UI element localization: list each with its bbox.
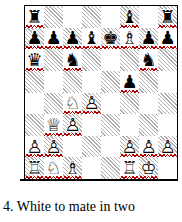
square-b5 <box>44 71 63 93</box>
square-c6: ♞ <box>63 49 82 71</box>
square-h7: ♟ <box>158 28 177 50</box>
square-g5 <box>139 71 158 93</box>
square-e4 <box>101 93 120 115</box>
square-f5: ♟ <box>120 71 139 93</box>
square-a4 <box>25 93 44 115</box>
square-f1: ♜♖ <box>120 157 139 179</box>
square-h4 <box>158 93 177 115</box>
board-bottom-border <box>20 179 178 181</box>
square-d8 <box>82 6 101 28</box>
square-g7: ♟ <box>139 28 158 50</box>
square-h6 <box>158 49 177 71</box>
square-d1 <box>82 157 101 179</box>
square-e6 <box>101 49 120 71</box>
square-e7: ♚ <box>101 28 120 50</box>
square-e8 <box>101 6 120 28</box>
square-e1 <box>101 157 120 179</box>
square-b2: ♟♙ <box>44 136 63 158</box>
square-a3 <box>25 114 44 136</box>
square-e2 <box>101 136 120 158</box>
puzzle-caption: 4. White to mate in two <box>3 199 135 215</box>
square-a8: ♜ <box>25 6 44 28</box>
square-g4 <box>139 93 158 115</box>
square-c4: ♞♘ <box>63 93 82 115</box>
square-f2: ♟♙ <box>120 136 139 158</box>
square-b3: ♛♕ <box>44 114 63 136</box>
square-f3 <box>120 114 139 136</box>
square-g1: ♚♔ <box>139 157 158 179</box>
square-c2 <box>63 136 82 158</box>
square-d6 <box>82 49 101 71</box>
square-d5 <box>82 71 101 93</box>
square-c8 <box>63 6 82 28</box>
square-d2 <box>82 136 101 158</box>
square-d4: ♟♙ <box>82 93 101 115</box>
square-f7: ♝♗ <box>120 28 139 50</box>
square-g3 <box>139 114 158 136</box>
square-b1: ♞♘ <box>44 157 63 179</box>
square-f6 <box>120 49 139 71</box>
square-d3 <box>82 114 101 136</box>
square-c1: ♝♗ <box>63 157 82 179</box>
square-h1 <box>158 157 177 179</box>
square-d7: ♝ <box>82 28 101 50</box>
square-c5 <box>63 71 82 93</box>
square-h5 <box>158 71 177 93</box>
square-c3: ♟♙ <box>63 114 82 136</box>
square-b8 <box>44 6 63 28</box>
square-g8 <box>139 6 158 28</box>
square-e5 <box>101 71 120 93</box>
square-c7: ♟ <box>63 28 82 50</box>
square-a7: ♟ <box>25 28 44 50</box>
square-h3 <box>158 114 177 136</box>
square-a1: ♜♖ <box>25 157 44 179</box>
square-a2: ♟♙ <box>25 136 44 158</box>
square-e3 <box>101 114 120 136</box>
square-h2: ♟♙ <box>158 136 177 158</box>
chess-board-frame: ♜♝♜♟♟♟♝♚♝♗♟♟♛♞♞♟♞♘♟♙♛♕♟♙♟♙♟♙♟♙♟♙♟♙♜♖♞♘♝♗… <box>24 5 178 179</box>
square-g6: ♞ <box>139 49 158 71</box>
square-a6: ♛ <box>25 49 44 71</box>
chess-board: ♜♝♜♟♟♟♝♚♝♗♟♟♛♞♞♟♞♘♟♙♛♕♟♙♟♙♟♙♟♙♟♙♟♙♜♖♞♘♝♗… <box>25 6 177 179</box>
square-g2: ♟♙ <box>139 136 158 158</box>
square-b4 <box>44 93 63 115</box>
square-f4 <box>120 93 139 115</box>
square-b6 <box>44 49 63 71</box>
square-a5 <box>25 71 44 93</box>
square-h8: ♜ <box>158 6 177 28</box>
square-f8: ♝ <box>120 6 139 28</box>
square-b7: ♟ <box>44 28 63 50</box>
